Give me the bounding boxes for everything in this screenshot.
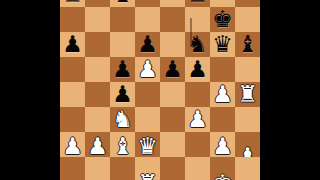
black-pawn: ♟ [60,32,85,57]
square-d2[interactable]: ♛ [135,132,160,157]
black-pawn: ♟ [160,57,185,82]
square-d3[interactable] [135,107,160,132]
square-f7[interactable] [185,7,210,32]
white-queen: ♛ [135,134,160,159]
square-a1[interactable] [60,157,85,180]
black-bishop: ♝ [235,32,260,57]
square-g2[interactable]: ♟ [210,132,235,157]
square-b7[interactable] [85,7,110,32]
square-g1[interactable]: ♚ [210,157,235,180]
square-c7[interactable] [110,7,135,32]
white-rook: ♜ [135,171,160,180]
square-h6[interactable]: ♝ [235,32,260,57]
white-pawn: ♟ [85,134,110,159]
square-f2[interactable] [185,132,210,157]
square-g4[interactable]: ♟ [210,82,235,107]
square-g8[interactable] [210,0,235,7]
square-c3[interactable]: ♞ [110,107,135,132]
square-h4[interactable]: ♜ [235,82,260,107]
square-c2[interactable]: ♝ [110,132,135,157]
square-e3[interactable] [160,107,185,132]
square-e6[interactable] [160,32,185,57]
square-e1[interactable] [160,157,185,180]
square-b5[interactable] [85,57,110,82]
square-c4[interactable]: ♟ [110,82,135,107]
square-f6[interactable]: ♞ [185,32,210,57]
annotation-line [190,18,192,46]
black-rook: ♜ [60,0,85,7]
square-c5[interactable]: ♟ [110,57,135,82]
square-h2[interactable]: ♟ [235,132,260,157]
square-h3[interactable] [235,107,260,132]
white-knight: ♞ [110,107,135,132]
square-b8[interactable] [85,0,110,7]
white-bishop: ♝ [110,134,135,159]
white-pawn: ♟ [210,134,235,159]
white-pawn: ♟ [210,82,235,107]
square-e7[interactable] [160,7,185,32]
white-rook: ♜ [235,82,260,107]
black-pawn: ♟ [110,57,135,82]
black-king: ♚ [210,7,235,32]
square-d6[interactable]: ♟ [135,32,160,57]
square-g5[interactable] [210,57,235,82]
white-pawn: ♟ [60,134,85,159]
square-d1[interactable]: ♜ [135,157,160,180]
square-b4[interactable] [85,82,110,107]
square-d7[interactable] [135,7,160,32]
black-pawn: ♟ [135,32,160,57]
black-pawn: ♟ [110,82,135,107]
square-a3[interactable] [60,107,85,132]
square-d8[interactable] [135,0,160,7]
square-g3[interactable] [210,107,235,132]
white-pawn: ♟ [185,107,210,132]
square-g7[interactable]: ♚ [210,7,235,32]
square-e4[interactable] [160,82,185,107]
square-f1[interactable] [185,157,210,180]
black-queen: ♛ [210,32,235,57]
square-e2[interactable] [160,132,185,157]
square-h5[interactable] [235,57,260,82]
square-c8[interactable]: ♝ [110,0,135,7]
square-d5[interactable]: ♟ [135,57,160,82]
chess-board: ♜♝♜♚♟♟♞♛♝♟♟♟♟♟♟♜♞♟♟♟♝♛♟♟♜♚ [60,0,260,180]
square-e5[interactable]: ♟ [160,57,185,82]
square-a8[interactable]: ♜ [60,0,85,7]
square-a7[interactable] [60,7,85,32]
black-bishop: ♝ [110,0,135,7]
square-f8[interactable]: ♜ [185,0,210,7]
square-h7[interactable] [235,7,260,32]
square-f5[interactable]: ♟ [185,57,210,82]
square-a4[interactable] [60,82,85,107]
square-f4[interactable] [185,82,210,107]
square-c1[interactable] [110,157,135,180]
square-h1[interactable] [235,157,260,180]
square-a5[interactable] [60,57,85,82]
square-a6[interactable]: ♟ [60,32,85,57]
square-b6[interactable] [85,32,110,57]
square-b3[interactable] [85,107,110,132]
square-h8[interactable] [235,0,260,7]
black-rook: ♜ [185,0,210,7]
black-pawn: ♟ [185,57,210,82]
square-a2[interactable]: ♟ [60,132,85,157]
square-f3[interactable]: ♟ [185,107,210,132]
square-b1[interactable] [85,157,110,180]
white-pawn: ♟ [135,57,160,82]
square-e8[interactable] [160,0,185,7]
video-frame: ♜♝♜♚♟♟♞♛♝♟♟♟♟♟♟♜♞♟♟♟♝♛♟♟♜♚ [0,0,320,180]
square-b2[interactable]: ♟ [85,132,110,157]
black-knight: ♞ [185,32,210,57]
square-d4[interactable] [135,82,160,107]
white-king: ♚ [210,171,235,180]
square-g6[interactable]: ♛ [210,32,235,57]
square-c6[interactable] [110,32,135,57]
